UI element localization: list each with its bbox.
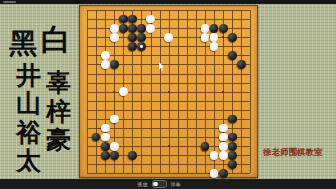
- white-player-label: 白: [41, 24, 71, 56]
- black-stone: [128, 33, 137, 42]
- toggle-knob-icon: [153, 182, 158, 187]
- white-stone: [101, 124, 110, 133]
- white-stone: [210, 151, 219, 160]
- star-point: [168, 91, 170, 93]
- black-label-char: 黑: [9, 29, 37, 59]
- black-stone: [237, 60, 246, 69]
- black-name-char: 裕: [16, 118, 41, 146]
- white-stone: [101, 60, 110, 69]
- white-stone: [110, 24, 119, 33]
- black-stone: [101, 151, 110, 160]
- white-stone: [210, 42, 219, 51]
- play-label[interactable]: 播放: [138, 181, 148, 187]
- white-name-char: 梓: [46, 97, 71, 126]
- black-stone: [228, 160, 237, 169]
- white-stone: [219, 133, 228, 142]
- black-stone: [110, 60, 119, 69]
- danmaku-toggle[interactable]: [152, 180, 167, 188]
- black-stone: [228, 115, 237, 124]
- grid-line-vertical: [241, 10, 242, 173]
- black-stone: [92, 133, 101, 142]
- black-stone: [228, 33, 237, 42]
- grid-line-horizontal: [87, 101, 250, 102]
- watermark-text: 徐老师围棋教室: [263, 147, 327, 159]
- black-stone: [119, 24, 128, 33]
- window-title-text: [3, 1, 16, 3]
- black-stone: [137, 42, 146, 51]
- black-stone: [101, 142, 110, 151]
- white-stone: [210, 33, 219, 42]
- grid-line-vertical: [196, 10, 197, 173]
- white-label-char: 白: [41, 24, 71, 56]
- white-stone: [119, 87, 128, 96]
- white-name-char: 豪: [46, 125, 71, 154]
- white-player-name: 辜梓豪: [46, 68, 71, 154]
- white-stone: [210, 169, 219, 178]
- black-stone: [128, 42, 137, 51]
- black-stone: [128, 24, 137, 33]
- black-stone: [137, 24, 146, 33]
- black-stone: [228, 133, 237, 142]
- player-controls: 播放 弹幕: [138, 180, 181, 188]
- black-stone: [119, 15, 128, 24]
- black-name-char: 太: [16, 146, 41, 174]
- black-player-label: 黑: [9, 29, 37, 59]
- white-stone: [101, 133, 110, 142]
- black-stone: [219, 24, 228, 33]
- white-stone: [201, 33, 210, 42]
- white-stone: [219, 142, 228, 151]
- go-board[interactable]: [79, 5, 258, 178]
- black-name-char: 井: [16, 61, 41, 89]
- grid-line-horizontal: [87, 110, 250, 111]
- window-title-bar: [0, 0, 336, 4]
- black-stone: [110, 151, 119, 160]
- black-stone: [128, 151, 137, 160]
- white-name-char: 辜: [46, 68, 71, 97]
- video-stage: 黑 井山裕太 白 辜梓豪 徐老师围棋教室: [0, 4, 336, 179]
- white-stone: [164, 33, 173, 42]
- black-stone: [128, 15, 137, 24]
- white-stone: [146, 15, 155, 24]
- white-stone: [110, 33, 119, 42]
- black-player-name: 井山裕太: [16, 61, 41, 174]
- black-stone: [219, 169, 228, 178]
- white-stone: [110, 115, 119, 124]
- grid-line-vertical: [250, 10, 251, 173]
- white-stone: [219, 124, 228, 133]
- white-stone: [146, 24, 155, 33]
- black-stone: [228, 142, 237, 151]
- black-stone: [137, 33, 146, 42]
- grid-line-vertical: [178, 10, 179, 173]
- black-stone: [228, 151, 237, 160]
- white-stone: [110, 142, 119, 151]
- black-stone: [201, 142, 210, 151]
- danmaku-label[interactable]: 弹幕: [171, 181, 181, 187]
- white-stone: [101, 51, 110, 60]
- grid-line-vertical: [187, 10, 188, 173]
- white-stone: [201, 24, 210, 33]
- last-move-marker: [140, 45, 143, 48]
- black-stone: [228, 51, 237, 60]
- black-stone: [210, 24, 219, 33]
- white-stone: [219, 151, 228, 160]
- black-name-char: 山: [16, 89, 41, 117]
- player-control-bar[interactable]: 播放 弹幕: [0, 179, 336, 189]
- grid-line-horizontal: [87, 164, 250, 165]
